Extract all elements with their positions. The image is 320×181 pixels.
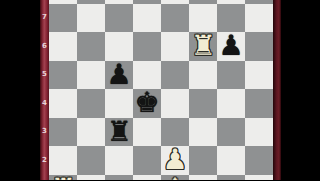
square-e2: ♟ — [161, 146, 189, 175]
square-e4 — [161, 89, 189, 118]
square-g6: ♟ — [217, 32, 245, 61]
white-king: ♚ — [162, 175, 187, 180]
square-e6 — [161, 32, 189, 61]
rank-label-6: 6 — [40, 42, 49, 51]
square-g4 — [217, 89, 245, 118]
square-h4 — [245, 89, 273, 118]
square-b7 — [77, 4, 105, 33]
square-a4 — [49, 89, 77, 118]
square-a2 — [49, 146, 77, 175]
rank-label-7: 7 — [40, 13, 49, 22]
square-f3 — [189, 118, 217, 147]
chessboard: ♜♟♟♚♜♟♜♚ — [49, 0, 273, 180]
square-d5 — [133, 61, 161, 90]
square-b5 — [77, 61, 105, 90]
square-e1: ♚ — [161, 175, 189, 181]
rank-label-4: 4 — [40, 99, 49, 108]
board-border-left — [40, 0, 49, 180]
square-c2 — [105, 146, 133, 175]
square-h2 — [245, 146, 273, 175]
rank-label-5: 5 — [40, 70, 49, 79]
square-d3 — [133, 118, 161, 147]
square-e7 — [161, 4, 189, 33]
square-g3 — [217, 118, 245, 147]
black-pawn: ♟ — [106, 61, 131, 89]
square-c6 — [105, 32, 133, 61]
black-pawn: ♟ — [218, 32, 243, 60]
square-b1 — [77, 175, 105, 181]
white-pawn: ♟ — [162, 146, 187, 174]
black-king: ♚ — [134, 89, 159, 117]
square-e3 — [161, 118, 189, 147]
square-c4 — [105, 89, 133, 118]
square-h6 — [245, 32, 273, 61]
square-b4 — [77, 89, 105, 118]
square-c7 — [105, 4, 133, 33]
square-a1: ♜ — [49, 175, 77, 181]
square-h3 — [245, 118, 273, 147]
square-g1 — [217, 175, 245, 181]
square-b3 — [77, 118, 105, 147]
square-d7 — [133, 4, 161, 33]
square-b2 — [77, 146, 105, 175]
square-a7 — [49, 4, 77, 33]
black-rook: ♜ — [106, 118, 131, 146]
square-f6: ♜ — [189, 32, 217, 61]
square-f7 — [189, 4, 217, 33]
letterbox-left — [0, 0, 40, 180]
square-a3 — [49, 118, 77, 147]
board-border-right — [273, 0, 281, 180]
square-a6 — [49, 32, 77, 61]
square-d2 — [133, 146, 161, 175]
square-c5: ♟ — [105, 61, 133, 90]
white-rook: ♜ — [190, 32, 215, 60]
video-frame: ♜♟♟♚♜♟♜♚ 765432 — [0, 0, 320, 180]
square-a5 — [49, 61, 77, 90]
square-g2 — [217, 146, 245, 175]
square-h7 — [245, 4, 273, 33]
square-d6 — [133, 32, 161, 61]
rank-label-3: 3 — [40, 127, 49, 136]
rank-label-2: 2 — [40, 156, 49, 165]
letterbox-right — [281, 0, 320, 180]
square-g5 — [217, 61, 245, 90]
square-h5 — [245, 61, 273, 90]
square-f2 — [189, 146, 217, 175]
square-c1 — [105, 175, 133, 181]
square-h1 — [245, 175, 273, 181]
square-d1 — [133, 175, 161, 181]
square-g7 — [217, 4, 245, 33]
white-rook: ♜ — [50, 175, 75, 180]
square-f5 — [189, 61, 217, 90]
square-e5 — [161, 61, 189, 90]
square-f4 — [189, 89, 217, 118]
square-f1 — [189, 175, 217, 181]
square-d4: ♚ — [133, 89, 161, 118]
square-b6 — [77, 32, 105, 61]
board-frame: ♜♟♟♚♜♟♜♚ 765432 — [40, 0, 281, 180]
square-c3: ♜ — [105, 118, 133, 147]
